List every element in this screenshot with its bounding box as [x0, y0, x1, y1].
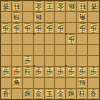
shogi-piece-gote[interactable]: 桂 — [78, 1, 87, 11]
board-cell-r1c9[interactable]: 香 — [88, 1, 99, 12]
board-cell-r6c1[interactable] — [1, 56, 12, 67]
shogi-piece-sente[interactable]: 飛 — [78, 78, 87, 88]
board-cell-r3c4[interactable]: 歩 — [34, 23, 45, 34]
board-cell-r8c2[interactable]: 角 — [12, 78, 23, 89]
shogi-piece-gote[interactable]: 桂 — [12, 1, 21, 11]
board-cell-r5c2[interactable] — [12, 45, 23, 56]
shogi-piece-gote[interactable]: 金 — [56, 1, 65, 11]
board-cell-r7c9[interactable]: 歩 — [88, 67, 99, 78]
board-cell-r8c6[interactable] — [55, 78, 66, 89]
shogi-piece-sente[interactable]: 歩 — [78, 67, 87, 77]
star-point — [33, 65, 35, 67]
shogi-piece-gote[interactable]: 香 — [1, 1, 10, 11]
board-cell-r1c4[interactable]: 金 — [34, 1, 45, 12]
board-cell-r4c2[interactable] — [12, 34, 23, 45]
board-cell-r7c6[interactable]: 歩 — [55, 67, 66, 78]
shogi-piece-sente[interactable]: 歩 — [1, 67, 10, 77]
board-cell-r8c3[interactable] — [23, 78, 34, 89]
board-cell-r7c2[interactable]: 歩 — [12, 67, 23, 78]
shogi-piece-sente[interactable]: 香 — [1, 89, 10, 99]
board-cell-r9c4[interactable]: 金 — [34, 89, 45, 100]
star-point — [65, 65, 67, 67]
shogi-piece-sente[interactable]: 歩 — [67, 67, 76, 77]
board-cell-r2c5[interactable] — [45, 12, 56, 23]
board-cell-r2c8[interactable]: 角 — [77, 12, 88, 23]
board-cell-r1c2[interactable]: 桂 — [12, 1, 23, 12]
board-cell-r2c6[interactable] — [55, 12, 66, 23]
shogi-piece-gote[interactable]: 金 — [34, 1, 43, 11]
shogi-piece-sente[interactable]: 玉 — [45, 89, 54, 99]
shogi-piece-sente[interactable]: 銀 — [23, 89, 32, 99]
board-cell-r8c7[interactable] — [66, 78, 77, 89]
board-cell-r9c8[interactable]: 桂 — [77, 89, 88, 100]
board-cell-r1c8[interactable]: 桂 — [77, 1, 88, 12]
board-cell-r6c5[interactable] — [45, 56, 56, 67]
board-cell-r9c3[interactable]: 銀 — [23, 89, 34, 100]
shogi-piece-gote[interactable]: 王 — [45, 1, 54, 11]
board-cell-r4c9[interactable] — [88, 34, 99, 45]
board-cell-r7c7[interactable]: 歩 — [66, 67, 77, 78]
board-cell-r4c1[interactable] — [1, 34, 12, 45]
board-cell-r1c3[interactable] — [23, 1, 34, 12]
shogi-piece-gote[interactable]: 歩 — [1, 23, 10, 33]
shogi-board: 香桂金王金銀桂香飛銀角歩歩歩歩歩歩歩歩歩歩歩歩桂歩歩歩歩歩歩角飛香銀金玉金銀桂香 — [0, 0, 100, 100]
board-cell-r8c9[interactable] — [88, 78, 99, 89]
shogi-piece-gote[interactable]: 歩 — [45, 23, 54, 33]
board-cell-r4c4[interactable] — [34, 34, 45, 45]
board-cell-r2c7[interactable] — [66, 12, 77, 23]
board-cell-r9c2[interactable] — [12, 89, 23, 100]
board-cell-r6c4[interactable] — [34, 56, 45, 67]
board-cell-r5c4[interactable] — [34, 45, 45, 56]
board-cell-r9c5[interactable]: 玉 — [45, 89, 56, 100]
board-cell-r7c1[interactable]: 歩 — [1, 67, 12, 78]
shogi-piece-sente[interactable]: 歩 — [89, 67, 98, 77]
shogi-piece-gote[interactable]: 歩 — [12, 23, 21, 33]
board-cell-r1c7[interactable]: 銀 — [66, 1, 77, 12]
shogi-piece-gote[interactable]: 銀 — [34, 12, 43, 22]
board-cell-r4c5[interactable] — [45, 34, 56, 45]
shogi-piece-sente[interactable]: 金 — [34, 89, 43, 99]
shogi-piece-gote[interactable]: 歩 — [78, 23, 87, 33]
shogi-piece-gote[interactable]: 飛 — [12, 12, 21, 22]
board-cell-r9c7[interactable]: 銀 — [66, 89, 77, 100]
board-cell-r7c4[interactable]: 歩 — [34, 67, 45, 78]
board-cell-r7c8[interactable]: 歩 — [77, 67, 88, 78]
board-cell-r3c8[interactable]: 歩 — [77, 23, 88, 34]
board-cell-r4c7[interactable]: 歩 — [66, 34, 77, 45]
board-cell-r6c7[interactable] — [66, 56, 77, 67]
board-cell-r6c9[interactable] — [88, 56, 99, 67]
board-cell-r5c9[interactable] — [88, 45, 99, 56]
board-cell-r8c5[interactable] — [45, 78, 56, 89]
board-cell-r8c1[interactable] — [1, 78, 12, 89]
board-cell-r2c3[interactable] — [23, 12, 34, 23]
shogi-piece-sente[interactable]: 歩 — [45, 67, 54, 77]
shogi-piece-gote[interactable]: 歩 — [34, 23, 43, 33]
shogi-piece-sente[interactable]: 桂 — [23, 67, 32, 77]
board-cell-r1c1[interactable]: 香 — [1, 1, 12, 12]
shogi-piece-gote[interactable]: 銀 — [67, 1, 76, 11]
board-cell-r2c2[interactable]: 飛 — [12, 12, 23, 23]
shogi-piece-gote[interactable]: 歩 — [89, 23, 98, 33]
board-cell-r5c6[interactable] — [55, 45, 66, 56]
board-cell-r4c3[interactable] — [23, 34, 34, 45]
shogi-piece-gote[interactable]: 香 — [89, 1, 98, 11]
board-cell-r5c8[interactable] — [77, 45, 88, 56]
board-cell-r4c6[interactable] — [55, 34, 66, 45]
board-cell-r7c5[interactable]: 歩 — [45, 67, 56, 78]
board-cell-r5c1[interactable] — [1, 45, 12, 56]
star-point — [65, 33, 67, 35]
shogi-piece-sente[interactable]: 歩 — [34, 67, 43, 77]
shogi-piece-gote[interactable]: 角 — [78, 12, 87, 22]
shogi-piece-sente[interactable]: 香 — [89, 89, 98, 99]
board-cell-r3c7[interactable] — [66, 23, 77, 34]
shogi-piece-sente[interactable]: 歩 — [56, 67, 65, 77]
board-cell-r9c6[interactable]: 金 — [55, 89, 66, 100]
board-cell-r5c3[interactable] — [23, 45, 34, 56]
shogi-piece-sente[interactable]: 歩 — [12, 67, 21, 77]
shogi-piece-sente[interactable]: 角 — [12, 78, 21, 88]
board-cell-r8c4[interactable] — [34, 78, 45, 89]
shogi-piece-gote[interactable]: 歩 — [67, 34, 76, 44]
board-cell-r9c1[interactable]: 香 — [1, 89, 12, 100]
shogi-piece-gote[interactable]: 歩 — [56, 23, 65, 33]
board-cell-r8c8[interactable]: 飛 — [77, 78, 88, 89]
board-cell-r6c8[interactable] — [77, 56, 88, 67]
board-cell-r5c5[interactable] — [45, 45, 56, 56]
star-point — [33, 33, 35, 35]
board-cell-r5c7[interactable] — [66, 45, 77, 56]
board-cell-r3c5[interactable]: 歩 — [45, 23, 56, 34]
board-cell-r3c1[interactable]: 歩 — [1, 23, 12, 34]
board-cell-r7c3[interactable]: 桂 — [23, 67, 34, 78]
board-cell-r1c6[interactable]: 金 — [55, 1, 66, 12]
shogi-piece-sente[interactable]: 桂 — [78, 89, 87, 99]
board-cell-r2c9[interactable] — [88, 12, 99, 23]
board-cell-r9c9[interactable]: 香 — [88, 89, 99, 100]
board-cell-r4c8[interactable] — [77, 34, 88, 45]
shogi-piece-sente[interactable]: 歩 — [23, 56, 32, 66]
board-cell-r2c4[interactable]: 銀 — [34, 12, 45, 23]
board-cell-r6c2[interactable] — [12, 56, 23, 67]
board-cell-r3c9[interactable]: 歩 — [88, 23, 99, 34]
board-cell-r3c2[interactable]: 歩 — [12, 23, 23, 34]
board-cell-r1c5[interactable]: 王 — [45, 1, 56, 12]
shogi-piece-gote[interactable]: 歩 — [23, 23, 32, 33]
shogi-piece-sente[interactable]: 金 — [56, 89, 65, 99]
shogi-piece-sente[interactable]: 銀 — [67, 89, 76, 99]
board-cell-r2c1[interactable] — [1, 12, 12, 23]
